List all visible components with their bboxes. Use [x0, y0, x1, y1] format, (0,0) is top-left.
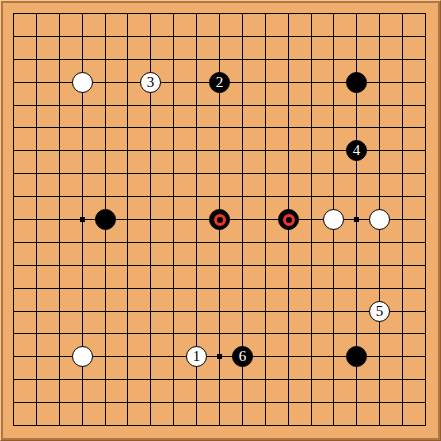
star-point [80, 217, 85, 222]
stone-K16[interactable]: 2 [209, 72, 230, 93]
stone-label: 3 [147, 75, 155, 90]
stone-label: 5 [376, 304, 384, 319]
stone-J4[interactable]: 1 [186, 346, 207, 367]
stone-Q16[interactable] [346, 72, 367, 93]
circle-mark-icon [283, 214, 295, 226]
grid-line-h [13, 265, 426, 266]
board-grid[interactable]: 324516 [13, 13, 426, 426]
stone-E10[interactable] [95, 209, 116, 230]
grid-line-h [13, 333, 426, 334]
stone-N10[interactable] [278, 209, 299, 230]
stone-label: 1 [193, 349, 201, 364]
grid-line-h [13, 242, 426, 243]
stone-R6[interactable]: 5 [369, 301, 390, 322]
stone-D16[interactable] [72, 72, 93, 93]
stone-Q4[interactable] [346, 346, 367, 367]
stone-label: 4 [353, 143, 361, 158]
grid-line-h [13, 425, 426, 426]
star-point [217, 354, 222, 359]
stone-G16[interactable]: 3 [140, 72, 161, 93]
grid-line-v [425, 13, 426, 426]
grid-line-h [13, 379, 426, 380]
stone-Q13[interactable]: 4 [346, 140, 367, 161]
star-point [354, 217, 359, 222]
grid-line-h [13, 288, 426, 289]
stone-L4[interactable]: 6 [232, 346, 253, 367]
grid-line-v [265, 13, 266, 426]
stone-K10[interactable] [209, 209, 230, 230]
stone-label: 2 [216, 75, 224, 90]
go-board: 324516 [0, 0, 441, 441]
circle-mark-icon [214, 214, 226, 226]
stone-label: 6 [239, 349, 247, 364]
grid-line-v [402, 13, 403, 426]
stone-P10[interactable] [323, 209, 344, 230]
stone-D4[interactable] [72, 346, 93, 367]
stone-R10[interactable] [369, 209, 390, 230]
grid-line-h [13, 402, 426, 403]
grid-line-h [13, 311, 426, 312]
grid-line-v [311, 13, 312, 426]
